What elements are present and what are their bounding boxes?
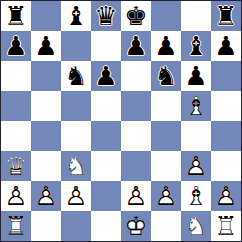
chess-board: ♜♝♛♚♜♟♟♟♟♝♟♞♟♞♟♝♗♛♕♞♘♟♙♟♙♟♙♟♙♟♙♟♙♝♗♟♙♜♖♚… [0,0,242,242]
square-f7[interactable]: ♟ [151,31,181,61]
square-h8[interactable]: ♜ [211,1,241,31]
square-c8[interactable]: ♝ [61,1,91,31]
black-rook[interactable]: ♜ [211,1,241,31]
white-pawn[interactable]: ♟♙ [151,181,181,211]
black-pawn[interactable]: ♟ [181,61,211,91]
square-h1[interactable]: ♜♖ [211,211,241,241]
square-e7[interactable]: ♟ [121,31,151,61]
square-b5[interactable] [31,91,61,121]
square-f6[interactable]: ♞ [151,61,181,91]
black-piece-glyph: ♜ [1,1,31,31]
white-piece-outline: ♗ [181,91,211,121]
black-bishop[interactable]: ♝ [181,31,211,61]
square-a6[interactable] [1,61,31,91]
white-piece-outline: ♘ [181,211,211,241]
black-queen[interactable]: ♛ [91,1,121,31]
square-d8[interactable]: ♛ [91,1,121,31]
square-g5[interactable]: ♝♗ [181,91,211,121]
square-f5[interactable] [151,91,181,121]
square-g4[interactable] [181,121,211,151]
black-pawn[interactable]: ♟ [91,61,121,91]
black-piece-glyph: ♟ [211,31,241,61]
square-b4[interactable] [31,121,61,151]
white-piece-outline: ♗ [181,181,211,211]
white-piece-outline: ♙ [181,151,211,181]
square-f8[interactable] [151,1,181,31]
white-rook[interactable]: ♜♖ [211,211,241,241]
square-a3[interactable]: ♛♕ [1,151,31,181]
black-piece-glyph: ♝ [61,1,91,31]
black-knight[interactable]: ♞ [151,61,181,91]
square-c7[interactable] [61,31,91,61]
black-king[interactable]: ♚ [121,1,151,31]
black-pawn[interactable]: ♟ [151,31,181,61]
white-piece-outline: ♙ [1,181,31,211]
square-g6[interactable]: ♟ [181,61,211,91]
white-pawn[interactable]: ♟♙ [181,151,211,181]
white-pawn[interactable]: ♟♙ [211,181,241,211]
square-h6[interactable] [211,61,241,91]
square-h5[interactable] [211,91,241,121]
black-piece-glyph: ♚ [121,1,151,31]
black-pawn[interactable]: ♟ [121,31,151,61]
white-rook[interactable]: ♜♖ [1,211,31,241]
square-f4[interactable] [151,121,181,151]
square-g2[interactable]: ♝♗ [181,181,211,211]
square-h3[interactable] [211,151,241,181]
white-pawn[interactable]: ♟♙ [31,181,61,211]
square-b3[interactable] [31,151,61,181]
black-piece-glyph: ♞ [61,61,91,91]
black-piece-glyph: ♟ [91,61,121,91]
black-pawn[interactable]: ♟ [211,31,241,61]
square-e4[interactable] [121,121,151,151]
square-e2[interactable]: ♟♙ [121,181,151,211]
white-piece-outline: ♕ [1,151,31,181]
square-e3[interactable] [121,151,151,181]
black-piece-glyph: ♟ [151,31,181,61]
white-bishop[interactable]: ♝♗ [181,91,211,121]
square-h7[interactable]: ♟ [211,31,241,61]
black-rook[interactable]: ♜ [1,1,31,31]
square-g8[interactable] [181,1,211,31]
square-b8[interactable] [31,1,61,31]
square-f2[interactable]: ♟♙ [151,181,181,211]
square-d7[interactable] [91,31,121,61]
black-piece-glyph: ♝ [181,31,211,61]
square-d5[interactable] [91,91,121,121]
square-a4[interactable] [1,121,31,151]
white-piece-outline: ♙ [151,181,181,211]
white-piece-outline: ♘ [61,151,91,181]
white-piece-outline: ♙ [31,181,61,211]
square-d1[interactable] [91,211,121,241]
black-piece-glyph: ♞ [151,61,181,91]
square-a7[interactable]: ♟ [1,31,31,61]
square-e5[interactable] [121,91,151,121]
square-e8[interactable]: ♚ [121,1,151,31]
square-f3[interactable] [151,151,181,181]
black-piece-glyph: ♛ [91,1,121,31]
white-piece-outline: ♖ [211,211,241,241]
square-c1[interactable] [61,211,91,241]
square-g3[interactable]: ♟♙ [181,151,211,181]
black-piece-glyph: ♟ [31,31,61,61]
square-c5[interactable] [61,91,91,121]
white-knight[interactable]: ♞♘ [61,151,91,181]
black-piece-glyph: ♟ [121,31,151,61]
square-b6[interactable] [31,61,61,91]
white-piece-outline: ♙ [211,181,241,211]
square-b7[interactable]: ♟ [31,31,61,61]
square-c3[interactable]: ♞♘ [61,151,91,181]
black-pawn[interactable]: ♟ [1,31,31,61]
square-a8[interactable]: ♜ [1,1,31,31]
square-c2[interactable]: ♟♙ [61,181,91,211]
black-piece-glyph: ♟ [181,61,211,91]
square-b2[interactable]: ♟♙ [31,181,61,211]
square-g7[interactable]: ♝ [181,31,211,61]
white-piece-outline: ♙ [121,181,151,211]
white-piece-outline: ♔ [121,211,151,241]
square-a1[interactable]: ♜♖ [1,211,31,241]
square-d3[interactable] [91,151,121,181]
white-bishop[interactable]: ♝♗ [181,181,211,211]
square-f1[interactable] [151,211,181,241]
black-piece-glyph: ♟ [1,31,31,61]
black-pawn[interactable]: ♟ [31,31,61,61]
square-h4[interactable] [211,121,241,151]
square-d6[interactable]: ♟ [91,61,121,91]
black-knight[interactable]: ♞ [61,61,91,91]
black-bishop[interactable]: ♝ [61,1,91,31]
white-knight[interactable]: ♞♘ [181,211,211,241]
square-e6[interactable] [121,61,151,91]
white-king[interactable]: ♚♔ [121,211,151,241]
white-pawn[interactable]: ♟♙ [121,181,151,211]
square-e1[interactable]: ♚♔ [121,211,151,241]
white-pawn[interactable]: ♟♙ [61,181,91,211]
square-g1[interactable]: ♞♘ [181,211,211,241]
white-piece-outline: ♙ [61,181,91,211]
square-h2[interactable]: ♟♙ [211,181,241,211]
square-c6[interactable]: ♞ [61,61,91,91]
square-d4[interactable] [91,121,121,151]
square-a2[interactable]: ♟♙ [1,181,31,211]
white-piece-outline: ♖ [1,211,31,241]
white-queen[interactable]: ♛♕ [1,151,31,181]
square-a5[interactable] [1,91,31,121]
square-d2[interactable] [91,181,121,211]
white-pawn[interactable]: ♟♙ [1,181,31,211]
black-piece-glyph: ♜ [211,1,241,31]
square-c4[interactable] [61,121,91,151]
square-b1[interactable] [31,211,61,241]
